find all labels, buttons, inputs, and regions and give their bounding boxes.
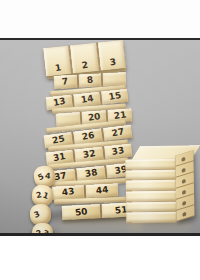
- product-photo: 1237813141520212526273132333738394344505…: [0, 38, 200, 236]
- block-number: 1: [45, 61, 72, 75]
- block-number: 31: [53, 152, 67, 163]
- block-number: 14: [80, 93, 94, 104]
- die-face-number: 4: [45, 171, 51, 181]
- block-number: 20: [87, 112, 101, 123]
- block-number: 37: [54, 171, 68, 182]
- block-number: 38: [84, 167, 98, 178]
- block-number: 7: [62, 77, 69, 87]
- spare-block: [125, 159, 175, 170]
- tower-block-3: 3: [98, 40, 126, 70]
- tower-block-27: 27: [103, 124, 132, 140]
- white-matte-top: [0, 0, 200, 38]
- block-number: 2: [72, 58, 99, 72]
- tower-block-8: 8: [78, 73, 101, 87]
- tower-block-15: 15: [101, 88, 128, 104]
- block-number: 3: [99, 55, 126, 69]
- block-number: 33: [111, 146, 125, 157]
- tower-block-1: 1: [43, 46, 71, 76]
- white-matte-bottom: [0, 239, 200, 280]
- spare-stack-side-face: [175, 150, 194, 221]
- tower-block-44: 44: [86, 183, 119, 198]
- block-number: 26: [81, 130, 95, 141]
- block-number: 8: [86, 76, 93, 86]
- tower-block-7: 7: [54, 75, 77, 89]
- spare-block: [126, 169, 176, 180]
- spare-stack-front-face: [125, 159, 176, 224]
- die-face-number: 2: [35, 228, 43, 236]
- spare-block: [126, 212, 176, 223]
- spare-block-stack: [125, 145, 197, 236]
- block-number: 50: [74, 206, 88, 216]
- tower-block-50: 50: [62, 204, 101, 220]
- die-face-number: 3: [33, 210, 42, 220]
- block-number: 32: [82, 149, 96, 160]
- die-face-number: 3: [42, 229, 50, 236]
- block-number: 44: [95, 185, 109, 195]
- spare-block: [126, 180, 176, 191]
- block-number: 15: [108, 91, 122, 102]
- block-number: 27: [111, 127, 125, 138]
- block-number: 43: [61, 187, 75, 197]
- spare-block: [126, 201, 176, 212]
- block-number: 25: [51, 134, 65, 145]
- die-face-number: 1: [42, 191, 50, 201]
- block-number: 13: [52, 96, 66, 107]
- tower-block-2: 2: [70, 43, 98, 73]
- number-die: 23: [31, 222, 53, 236]
- spare-block: [126, 191, 176, 202]
